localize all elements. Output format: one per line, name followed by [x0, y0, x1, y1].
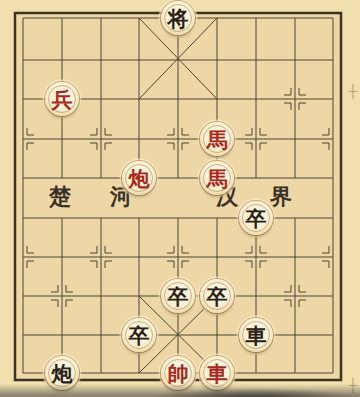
piece-black-general[interactable]: 将 [161, 1, 195, 35]
piece-red-general[interactable]: 帥 [161, 356, 195, 390]
red-soldier-glyph: 兵 [52, 89, 73, 110]
river-label: 楚 [49, 182, 71, 212]
black-cannon-glyph: 炮 [52, 363, 73, 384]
piece-red-horse[interactable]: 馬 [200, 122, 234, 156]
black-soldier-glyph: 卒 [168, 286, 189, 307]
black-soldier-glyph: 卒 [207, 286, 228, 307]
piece-red-chariot[interactable]: 車 [200, 356, 234, 390]
piece-black-soldier[interactable]: 卒 [161, 279, 195, 313]
piece-red-cannon[interactable]: 炮 [122, 161, 156, 195]
piece-black-cannon[interactable]: 炮 [45, 356, 79, 390]
xiangqi-app: 楚河汉界 将兵馬炮馬卒卒卒卒車炮帥車 ┼┼ [0, 0, 360, 397]
red-cannon-glyph: 炮 [129, 168, 150, 189]
piece-black-soldier[interactable]: 卒 [239, 201, 273, 235]
background-cross: ┼ [349, 84, 357, 99]
piece-black-soldier[interactable]: 卒 [200, 279, 234, 313]
piece-black-soldier[interactable]: 卒 [122, 318, 156, 352]
red-horse-glyph: 馬 [207, 129, 228, 150]
black-general-glyph: 将 [168, 8, 189, 29]
black-soldier-glyph: 卒 [246, 208, 267, 229]
background-cross: ┼ [349, 378, 357, 393]
piece-black-chariot[interactable]: 車 [239, 318, 273, 352]
river-label: 界 [270, 182, 292, 212]
red-general-glyph: 帥 [168, 363, 189, 384]
piece-red-soldier[interactable]: 兵 [45, 82, 79, 116]
red-horse-glyph: 馬 [207, 168, 228, 189]
black-chariot-glyph: 車 [246, 325, 267, 346]
red-chariot-glyph: 車 [207, 363, 228, 384]
piece-red-horse[interactable]: 馬 [200, 161, 234, 195]
black-soldier-glyph: 卒 [129, 325, 150, 346]
